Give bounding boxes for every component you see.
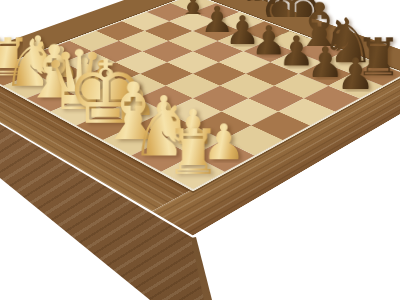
chess-board-product-photo: ♜♟♟♜♞♟♟♞♝♟♟♝♛♟♟♛♚♟♟♚♝♟♟♝♞♟♟♞♜♟♟♜ [0, 0, 400, 300]
